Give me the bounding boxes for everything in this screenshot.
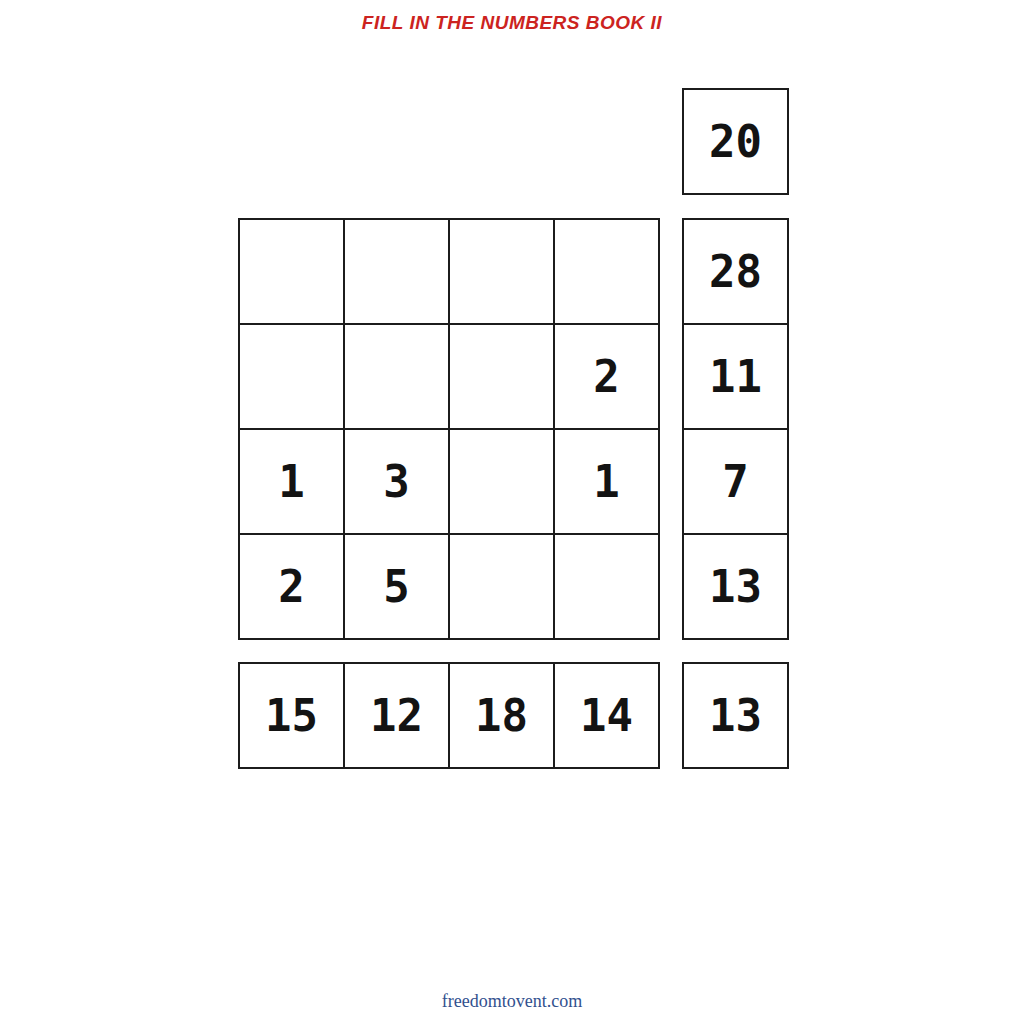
diagonal-sum-top-value: 20	[683, 89, 788, 194]
col-sum-3: 18	[449, 663, 554, 768]
diagonal-sum-bottom-value: 13	[683, 663, 788, 768]
grid-cell-r2c3[interactable]	[449, 324, 554, 429]
grid-cell-r1c4[interactable]	[554, 219, 659, 324]
grid-cell-r4c4[interactable]	[554, 534, 659, 639]
grid-cell-r4c2: 5	[344, 534, 449, 639]
grid-cell-r3c2: 3	[344, 429, 449, 534]
grid-cell-r2c4: 2	[554, 324, 659, 429]
diagonal-sum-bottom-box: 13	[682, 662, 789, 769]
grid-cell-r3c3[interactable]	[449, 429, 554, 534]
col-sum-1: 15	[239, 663, 344, 768]
grid-cell-r4c1: 2	[239, 534, 344, 639]
grid-cell-r1c3[interactable]	[449, 219, 554, 324]
col-sum-2: 12	[344, 663, 449, 768]
col-sums-row: 15 12 18 14	[238, 662, 660, 769]
footer-link[interactable]: freedomtovent.com	[0, 991, 1024, 1012]
row-sums-column: 28 11 7 13	[682, 218, 789, 640]
grid-cell-r2c2[interactable]	[344, 324, 449, 429]
grid-cell-r3c4: 1	[554, 429, 659, 534]
col-sum-4: 14	[554, 663, 659, 768]
puzzle-page: FILL IN THE NUMBERS BOOK II 20 2 1 3 1 2…	[0, 0, 1024, 1024]
row-sum-4: 13	[683, 534, 788, 639]
diagonal-sum-top-box: 20	[682, 88, 789, 195]
main-grid: 2 1 3 1 2 5	[238, 218, 660, 640]
page-title: FILL IN THE NUMBERS BOOK II	[0, 12, 1024, 34]
grid-cell-r4c3[interactable]	[449, 534, 554, 639]
grid-cell-r3c1: 1	[239, 429, 344, 534]
row-sum-3: 7	[683, 429, 788, 534]
grid-cell-r1c1[interactable]	[239, 219, 344, 324]
row-sum-1: 28	[683, 219, 788, 324]
grid-cell-r2c1[interactable]	[239, 324, 344, 429]
row-sum-2: 11	[683, 324, 788, 429]
grid-cell-r1c2[interactable]	[344, 219, 449, 324]
